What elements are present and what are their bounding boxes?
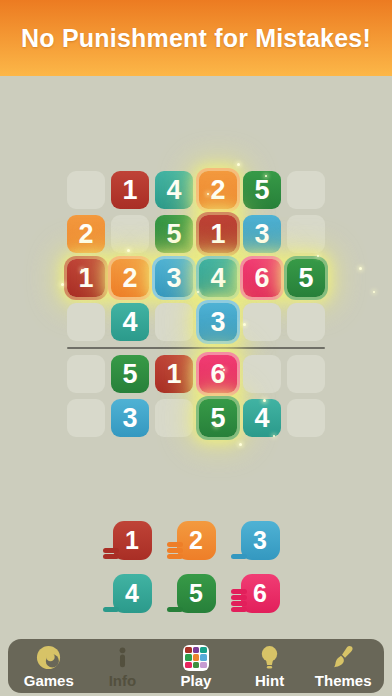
tray-tile-5[interactable]: 5 <box>177 574 216 613</box>
grid-empty-cell[interactable] <box>155 399 193 437</box>
sparkle <box>237 163 240 166</box>
grid-tile-4[interactable]: 4 <box>199 259 237 297</box>
tab-play[interactable]: Play <box>159 639 233 693</box>
grid-empty-cell[interactable] <box>155 303 193 341</box>
grid-tile-2[interactable]: 2 <box>67 215 105 253</box>
tab-info[interactable]: Info <box>86 639 160 693</box>
sparkle <box>317 255 319 257</box>
color-grid-icon <box>183 644 209 671</box>
remaining-count-discs <box>231 589 247 612</box>
grid-tile-4[interactable]: 4 <box>243 399 281 437</box>
tray-tile-3[interactable]: 3 <box>241 521 280 560</box>
grid-tile-3[interactable]: 3 <box>199 303 237 341</box>
tray-tile-2[interactable]: 2 <box>177 521 216 560</box>
tray-tile-4[interactable]: 4 <box>113 574 152 613</box>
grid-tile-5[interactable]: 5 <box>243 171 281 209</box>
grid-empty-cell[interactable] <box>67 303 105 341</box>
tab-label: Hint <box>255 672 284 689</box>
grid-tile-1[interactable]: 1 <box>199 215 237 253</box>
tab-label: Info <box>109 672 137 689</box>
grid-tile-3[interactable]: 3 <box>243 215 281 253</box>
grid-empty-cell[interactable] <box>287 215 325 253</box>
puzzle-grid: 1425251312346543516354 <box>67 171 325 437</box>
grid-empty-cell[interactable] <box>67 355 105 393</box>
tab-games[interactable]: Games <box>12 639 86 693</box>
grid-tile-1[interactable]: 1 <box>67 259 105 297</box>
grid-empty-cell[interactable] <box>67 399 105 437</box>
sparkle <box>373 291 375 293</box>
tray-row: 456 <box>113 574 280 613</box>
grid-empty-cell[interactable] <box>287 355 325 393</box>
tray-tile-1[interactable]: 1 <box>113 521 152 560</box>
sparkle <box>61 283 64 286</box>
grid-tile-4[interactable]: 4 <box>155 171 193 209</box>
remaining-count-discs <box>231 554 247 559</box>
sparkle <box>239 443 242 446</box>
grid-empty-cell[interactable] <box>243 355 281 393</box>
grid-tile-2[interactable]: 2 <box>111 259 149 297</box>
tab-label: Themes <box>315 672 372 689</box>
remaining-count-discs <box>103 607 119 612</box>
grid-tile-6[interactable]: 6 <box>243 259 281 297</box>
grid-tile-3[interactable]: 3 <box>111 399 149 437</box>
remaining-count-discs <box>167 607 183 612</box>
grid-tile-4[interactable]: 4 <box>111 303 149 341</box>
grid-tile-1[interactable]: 1 <box>111 171 149 209</box>
tab-hint[interactable]: Hint <box>233 639 307 693</box>
grid-empty-cell[interactable] <box>67 171 105 209</box>
tab-themes[interactable]: Themes <box>306 639 380 693</box>
app-screen: No Punishment for Mistakes! 142525131234… <box>0 0 392 696</box>
tab-label: Play <box>181 672 212 689</box>
grid-tile-3[interactable]: 3 <box>155 259 193 297</box>
tray-row: 123 <box>113 521 280 560</box>
grid-tile-5[interactable]: 5 <box>111 355 149 393</box>
remaining-count-discs <box>103 548 119 559</box>
grid-tile-5[interactable]: 5 <box>155 215 193 253</box>
info-icon <box>109 644 136 671</box>
lightbulb-icon <box>256 644 283 671</box>
grid-empty-cell[interactable] <box>287 399 325 437</box>
paintbrush-icon <box>330 644 357 671</box>
banner-text: No Punishment for Mistakes! <box>21 24 371 53</box>
toolbar: Games Info Play <box>8 639 384 693</box>
grid-tile-2[interactable]: 2 <box>199 171 237 209</box>
section-divider <box>67 347 325 349</box>
tray-tile-6[interactable]: 6 <box>241 574 280 613</box>
grid-empty-cell[interactable] <box>287 171 325 209</box>
sparkle <box>359 267 362 270</box>
grid-tile-5[interactable]: 5 <box>199 399 237 437</box>
grid-tile-6[interactable]: 6 <box>199 355 237 393</box>
tile-tray: 123456 <box>0 521 392 613</box>
game-piece-icon <box>35 644 62 671</box>
grid-tile-1[interactable]: 1 <box>155 355 193 393</box>
grid-empty-cell[interactable] <box>287 303 325 341</box>
remaining-count-discs <box>167 542 183 559</box>
grid-empty-cell[interactable] <box>111 215 149 253</box>
grid-tile-5[interactable]: 5 <box>287 259 325 297</box>
promo-banner: No Punishment for Mistakes! <box>0 0 392 76</box>
tab-label: Games <box>24 672 74 689</box>
grid-empty-cell[interactable] <box>243 303 281 341</box>
